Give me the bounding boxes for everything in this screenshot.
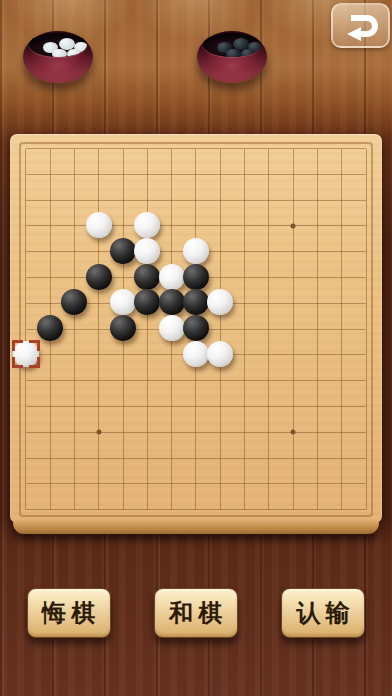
grid-line-vertical [366, 149, 367, 510]
black-stone [159, 289, 185, 315]
grid-line-horizontal [26, 406, 366, 407]
black-stone [37, 315, 63, 341]
grid-line-horizontal [26, 458, 366, 459]
black-stone [110, 315, 136, 341]
black-stones-bowl [197, 31, 267, 83]
black-stone [183, 263, 209, 289]
white-stones-bowl [23, 31, 93, 83]
grid-line-horizontal [26, 483, 366, 484]
undo-back-button[interactable] [331, 3, 390, 48]
grid-line-vertical [341, 149, 342, 510]
resign-button[interactable]: 认输 [281, 588, 365, 638]
bowl-white-stone [52, 49, 67, 57]
bowl-black-stone [226, 49, 241, 57]
grid-line-horizontal [26, 380, 366, 381]
grid-line-vertical [317, 149, 318, 510]
white-stone [134, 238, 160, 264]
white-stone [183, 341, 209, 367]
bowl-opening-black-stones [203, 33, 260, 57]
star-point [291, 223, 296, 228]
star-point [96, 430, 101, 435]
white-stone [110, 289, 136, 315]
grid-line-horizontal [26, 432, 366, 433]
black-stone [183, 315, 209, 341]
star-point [291, 430, 296, 435]
undo-move-button[interactable]: 悔棋 [27, 588, 111, 638]
white-stone [159, 263, 185, 289]
white-stone [207, 289, 233, 315]
black-stone [183, 289, 209, 315]
grid-line-vertical [220, 149, 221, 510]
white-stone [134, 212, 160, 238]
bowl-opening-white-stones [29, 33, 86, 57]
black-stone [61, 289, 87, 315]
black-stone [86, 263, 112, 289]
gomoku-board[interactable] [10, 134, 382, 523]
white-stone [207, 341, 233, 367]
grid-line-horizontal [26, 509, 366, 510]
draw-button[interactable]: 和棋 [154, 588, 238, 638]
grid-line-vertical [268, 149, 269, 510]
white-stone [86, 212, 112, 238]
grid-line-vertical [293, 149, 294, 510]
black-stone [134, 263, 160, 289]
return-arrow-icon [339, 10, 383, 42]
white-stone [13, 341, 39, 367]
black-stone [110, 238, 136, 264]
white-stone [159, 315, 185, 341]
black-stone [134, 289, 160, 315]
grid-line-vertical [244, 149, 245, 510]
action-button-row: 悔棋 和棋 认输 [0, 588, 392, 638]
white-stone [183, 238, 209, 264]
